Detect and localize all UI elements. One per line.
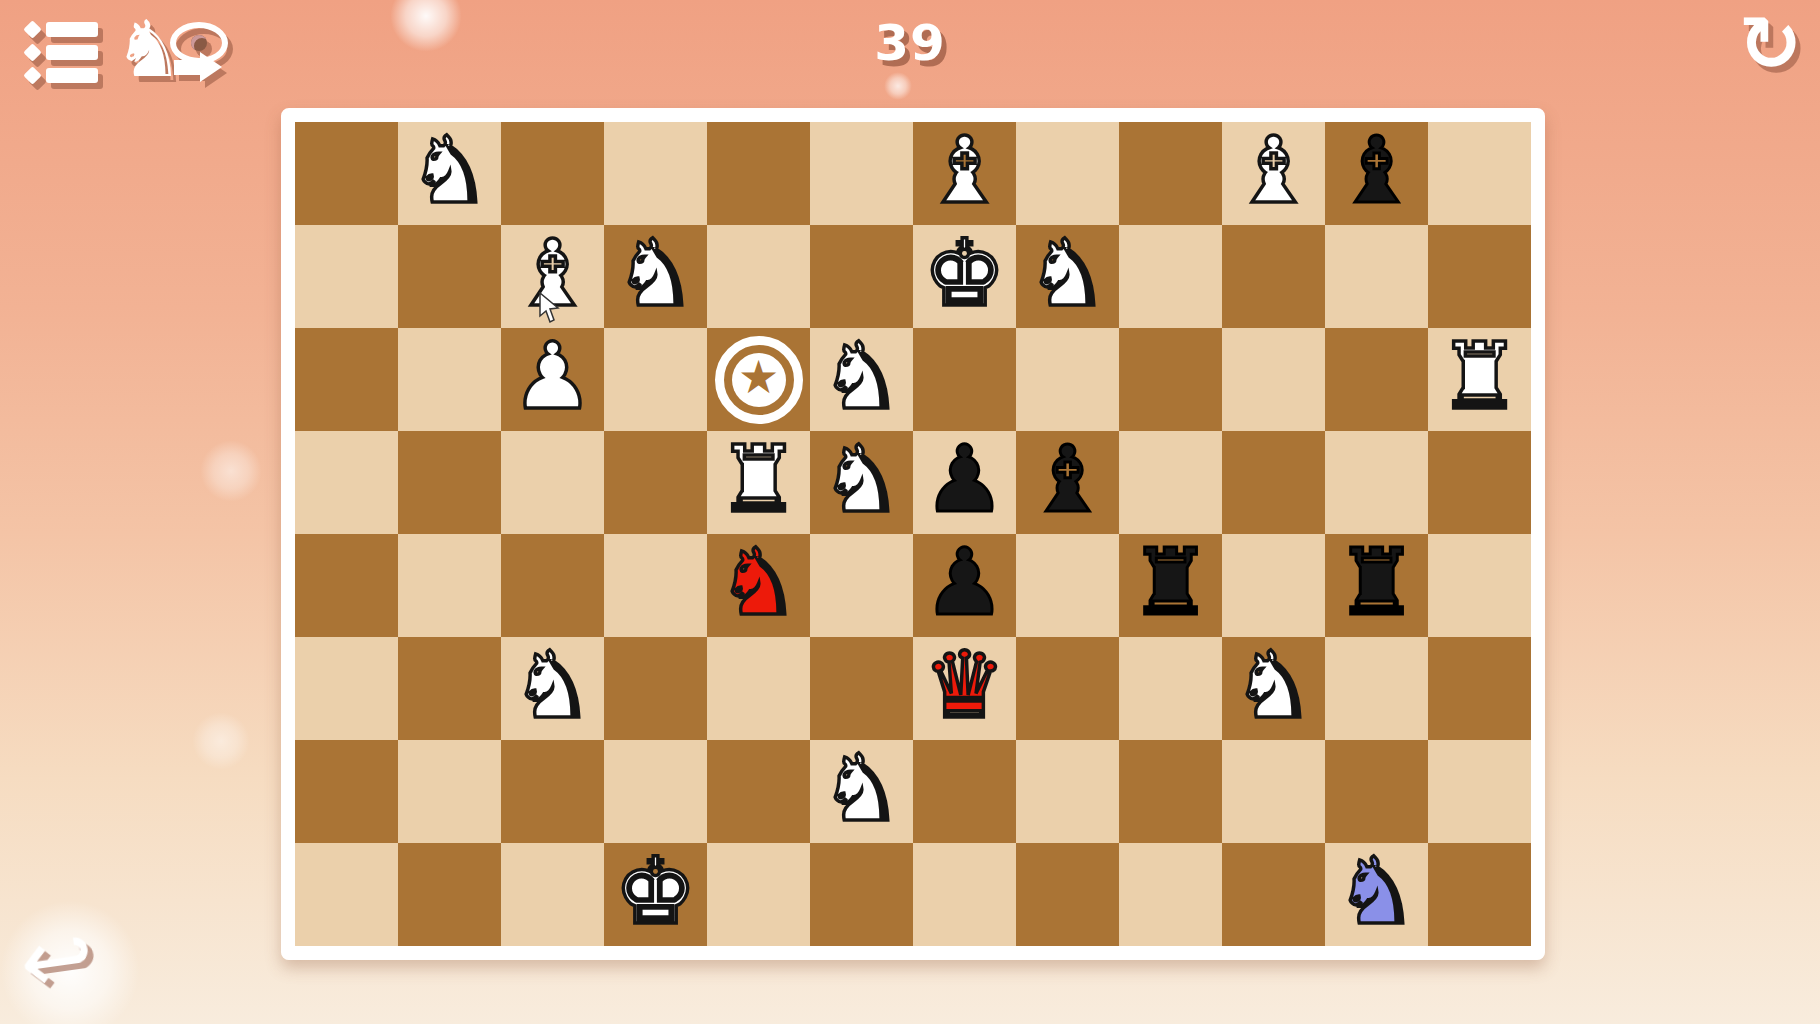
white-knight[interactable]: ♞ (820, 743, 902, 835)
square-r7c10[interactable] (1222, 740, 1325, 843)
square-r2c5[interactable] (707, 225, 810, 328)
square-r4c1[interactable] (295, 431, 398, 534)
square-r1c11[interactable]: ♝ (1325, 122, 1428, 225)
square-r7c3[interactable] (501, 740, 604, 843)
square-r5c7[interactable]: ♟ (913, 534, 1016, 637)
black-bishop[interactable]: ♝ (1026, 434, 1108, 526)
undo-icon: ↩ (13, 903, 100, 1015)
square-r8c6[interactable] (810, 843, 913, 946)
square-r2c9[interactable] (1119, 225, 1222, 328)
arrow-right-icon (174, 60, 200, 75)
square-r3c1[interactable] (295, 328, 398, 431)
square-r6c5[interactable] (707, 637, 810, 740)
hint-button[interactable]: ♞ (118, 16, 228, 96)
game-screen: { "app": { "level": "39" }, "header": { … (0, 0, 1820, 1024)
square-r6c1[interactable] (295, 637, 398, 740)
square-r5c12[interactable] (1428, 534, 1531, 637)
square-r3c12[interactable]: ♜ (1428, 328, 1531, 431)
square-r1c12[interactable] (1428, 122, 1531, 225)
square-r1c4[interactable] (604, 122, 707, 225)
square-r6c12[interactable] (1428, 637, 1531, 740)
square-r1c7[interactable]: ♝ (913, 122, 1016, 225)
black-pawn[interactable]: ♟ (923, 434, 1005, 526)
square-r7c9[interactable] (1119, 740, 1222, 843)
square-r4c6[interactable]: ♞ (810, 431, 913, 534)
square-r1c6[interactable] (810, 122, 913, 225)
white-rook[interactable]: ♜ (1438, 331, 1520, 423)
square-r1c2[interactable]: ♞ (398, 122, 501, 225)
square-r5c11[interactable]: ♜ (1325, 534, 1428, 637)
square-r8c1[interactable] (295, 843, 398, 946)
white-knight[interactable]: ♞ (1232, 640, 1314, 732)
square-r7c7[interactable] (913, 740, 1016, 843)
black-rook[interactable]: ♜ (1335, 537, 1417, 629)
square-r3c9[interactable] (1119, 328, 1222, 431)
white-king[interactable]: ♚ (923, 228, 1005, 320)
square-r3c3[interactable]: ♟ (501, 328, 604, 431)
chess-board-frame: ♞♝♝♝♝♞♚♞♟★♞♜♜♞♟♝♞♟♜♜♞♛♞♞♚♞ (281, 108, 1545, 960)
square-r5c1[interactable] (295, 534, 398, 637)
restart-icon: ↻ (1738, 0, 1802, 88)
square-r5c5[interactable]: ♞ (707, 534, 810, 637)
white-knight[interactable]: ♞ (820, 331, 902, 423)
square-r6c4[interactable] (604, 637, 707, 740)
chess-board: ♞♝♝♝♝♞♚♞♟★♞♜♜♞♟♝♞♟♜♜♞♛♞♞♚♞ (295, 122, 1531, 946)
square-r4c7[interactable]: ♟ (913, 431, 1016, 534)
square-r3c10[interactable] (1222, 328, 1325, 431)
square-r5c9[interactable]: ♜ (1119, 534, 1222, 637)
star-icon: ★ (738, 354, 779, 400)
square-r1c5[interactable] (707, 122, 810, 225)
menu-button[interactable] (26, 22, 98, 83)
white-knight[interactable]: ♞ (614, 228, 696, 320)
square-r4c11[interactable] (1325, 431, 1428, 534)
black-pawn[interactable]: ♟ (923, 537, 1005, 629)
square-r5c2[interactable] (398, 534, 501, 637)
black-rook[interactable]: ♜ (1129, 537, 1211, 629)
square-r7c4[interactable] (604, 740, 707, 843)
square-r8c2[interactable] (398, 843, 501, 946)
undo-button[interactable]: ↩ (14, 911, 99, 1008)
square-r7c11[interactable] (1325, 740, 1428, 843)
square-r2c1[interactable] (295, 225, 398, 328)
square-r2c12[interactable] (1428, 225, 1531, 328)
white-king[interactable]: ♚ (614, 846, 696, 938)
square-r5c10[interactable] (1222, 534, 1325, 637)
square-r1c8[interactable] (1016, 122, 1119, 225)
square-r8c9[interactable] (1119, 843, 1222, 946)
square-r3c7[interactable] (913, 328, 1016, 431)
square-r6c10[interactable]: ♞ (1222, 637, 1325, 740)
target-star-marker: ★ (715, 336, 803, 424)
square-r7c12[interactable] (1428, 740, 1531, 843)
square-r2c6[interactable] (810, 225, 913, 328)
square-r4c4[interactable] (604, 431, 707, 534)
square-r4c5[interactable]: ♜ (707, 431, 810, 534)
square-r4c10[interactable] (1222, 431, 1325, 534)
square-r2c10[interactable] (1222, 225, 1325, 328)
square-r3c8[interactable] (1016, 328, 1119, 431)
restart-button[interactable]: ↻ (1738, 6, 1802, 82)
white-knight[interactable]: ♞ (820, 434, 902, 526)
white-knight[interactable]: ♞ (408, 125, 490, 217)
square-r2c7[interactable]: ♚ (913, 225, 1016, 328)
level-counter: 39 (874, 14, 946, 72)
square-r1c1[interactable] (295, 122, 398, 225)
square-r3c11[interactable] (1325, 328, 1428, 431)
mouse-cursor (538, 292, 562, 324)
white-pawn[interactable]: ♟ (511, 331, 593, 423)
square-r2c8[interactable]: ♞ (1016, 225, 1119, 328)
white-rook[interactable]: ♜ (717, 434, 799, 526)
square-r2c2[interactable] (398, 225, 501, 328)
square-r4c3[interactable] (501, 431, 604, 534)
menu-list-icon (23, 20, 41, 38)
square-r3c6[interactable]: ♞ (810, 328, 913, 431)
square-r8c7[interactable] (913, 843, 1016, 946)
square-r1c9[interactable] (1119, 122, 1222, 225)
square-r8c10[interactable] (1222, 843, 1325, 946)
glow-spot (884, 72, 912, 100)
square-r2c4[interactable]: ♞ (604, 225, 707, 328)
black-bishop[interactable]: ♝ (1335, 125, 1417, 217)
square-r7c5[interactable] (707, 740, 810, 843)
square-r5c4[interactable] (604, 534, 707, 637)
square-r5c6[interactable] (810, 534, 913, 637)
square-r6c6[interactable] (810, 637, 913, 740)
glow-spot (192, 712, 250, 770)
square-r4c9[interactable] (1119, 431, 1222, 534)
square-r8c12[interactable] (1428, 843, 1531, 946)
square-r6c8[interactable] (1016, 637, 1119, 740)
square-r7c1[interactable] (295, 740, 398, 843)
square-r1c10[interactable]: ♝ (1222, 122, 1325, 225)
square-r8c3[interactable] (501, 843, 604, 946)
square-r6c9[interactable] (1119, 637, 1222, 740)
square-r4c8[interactable]: ♝ (1016, 431, 1119, 534)
glow-spot (200, 440, 262, 502)
square-r7c2[interactable] (398, 740, 501, 843)
square-r4c12[interactable] (1428, 431, 1531, 534)
square-r8c8[interactable] (1016, 843, 1119, 946)
white-knight[interactable]: ♞ (1026, 228, 1108, 320)
blue-knight[interactable]: ♞ (1335, 846, 1417, 938)
red-queen[interactable]: ♛ (923, 640, 1005, 732)
square-r7c6[interactable]: ♞ (810, 740, 913, 843)
square-r6c3[interactable]: ♞ (501, 637, 604, 740)
white-bishop[interactable]: ♝ (1232, 125, 1314, 217)
square-r1c3[interactable] (501, 122, 604, 225)
square-r8c11[interactable]: ♞ (1325, 843, 1428, 946)
red-knight[interactable]: ♞ (717, 537, 799, 629)
square-r2c11[interactable] (1325, 225, 1428, 328)
square-r4c2[interactable] (398, 431, 501, 534)
square-r3c2[interactable] (398, 328, 501, 431)
square-r8c5[interactable] (707, 843, 810, 946)
square-r6c2[interactable] (398, 637, 501, 740)
glow-spot (390, 0, 462, 52)
square-r3c4[interactable] (604, 328, 707, 431)
white-bishop[interactable]: ♝ (923, 125, 1005, 217)
square-r7c8[interactable] (1016, 740, 1119, 843)
square-r6c7[interactable]: ♛ (913, 637, 1016, 740)
white-knight[interactable]: ♞ (511, 640, 593, 732)
square-r5c8[interactable] (1016, 534, 1119, 637)
square-r6c11[interactable] (1325, 637, 1428, 740)
square-r3c5[interactable]: ★ (707, 328, 810, 431)
square-r8c4[interactable]: ♚ (604, 843, 707, 946)
square-r5c3[interactable] (501, 534, 604, 637)
